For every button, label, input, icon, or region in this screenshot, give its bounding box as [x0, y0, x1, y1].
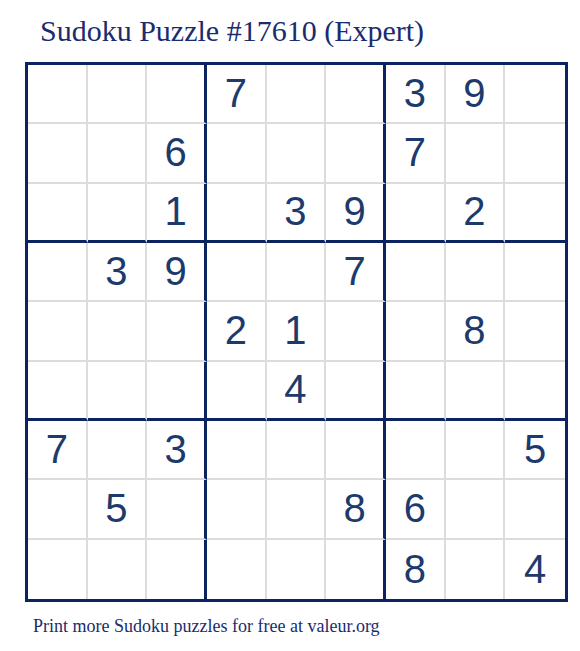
- cell-r5c3: [147, 302, 207, 361]
- cell-r9c5: [267, 540, 327, 599]
- cell-r7c2: [88, 421, 148, 480]
- cell-r4c8: [446, 243, 506, 302]
- cell-r2c8: [446, 124, 506, 183]
- cell-r9c6: [326, 540, 386, 599]
- cell-r1c5: [267, 65, 327, 124]
- cell-r6c9: [505, 362, 565, 421]
- cell-r3c1: [28, 184, 88, 243]
- cell-r9c9: 4: [505, 540, 565, 599]
- cell-r9c8: [446, 540, 506, 599]
- cell-r3c5: 3: [267, 184, 327, 243]
- cell-r4c3: 9: [147, 243, 207, 302]
- cell-r6c8: [446, 362, 506, 421]
- cell-r1c4: 7: [207, 65, 267, 124]
- cell-r8c3: [147, 480, 207, 539]
- cell-r1c2: [88, 65, 148, 124]
- cell-r1c3: [147, 65, 207, 124]
- cell-r7c5: [267, 421, 327, 480]
- cell-r3c3: 1: [147, 184, 207, 243]
- cell-r6c5: 4: [267, 362, 327, 421]
- cell-r2c5: [267, 124, 327, 183]
- cell-r9c3: [147, 540, 207, 599]
- cell-r5c1: [28, 302, 88, 361]
- cell-r3c9: [505, 184, 565, 243]
- cell-r8c6: 8: [326, 480, 386, 539]
- cell-r5c2: [88, 302, 148, 361]
- cell-r2c9: [505, 124, 565, 183]
- cell-r3c7: [386, 184, 446, 243]
- sudoku-print-page: Sudoku Puzzle #17610 (Expert) 7396713923…: [0, 12, 580, 637]
- cell-r2c6: [326, 124, 386, 183]
- cell-r2c1: [28, 124, 88, 183]
- cell-r4c6: 7: [326, 243, 386, 302]
- cell-r9c1: [28, 540, 88, 599]
- cell-r7c4: [207, 421, 267, 480]
- cell-r2c4: [207, 124, 267, 183]
- cell-r5c4: 2: [207, 302, 267, 361]
- cell-r7c1: 7: [28, 421, 88, 480]
- cell-r5c8: 8: [446, 302, 506, 361]
- cell-r2c7: 7: [386, 124, 446, 183]
- cell-r9c7: 8: [386, 540, 446, 599]
- cell-r8c5: [267, 480, 327, 539]
- cell-r4c2: 3: [88, 243, 148, 302]
- cell-r6c3: [147, 362, 207, 421]
- cell-r1c8: 9: [446, 65, 506, 124]
- cell-r4c1: [28, 243, 88, 302]
- cell-r6c7: [386, 362, 446, 421]
- cell-r3c6: 9: [326, 184, 386, 243]
- cell-r1c7: 3: [386, 65, 446, 124]
- cell-r8c9: [505, 480, 565, 539]
- cell-r7c3: 3: [147, 421, 207, 480]
- cell-r8c7: 6: [386, 480, 446, 539]
- cell-r5c7: [386, 302, 446, 361]
- cell-r6c2: [88, 362, 148, 421]
- cell-r4c4: [207, 243, 267, 302]
- cell-r5c5: 1: [267, 302, 327, 361]
- cell-r2c2: [88, 124, 148, 183]
- cell-r4c9: [505, 243, 565, 302]
- cell-r8c1: [28, 480, 88, 539]
- cell-r4c5: [267, 243, 327, 302]
- page-title: Sudoku Puzzle #17610 (Expert): [40, 12, 580, 50]
- cell-r1c1: [28, 65, 88, 124]
- footer-text: Print more Sudoku puzzles for free at va…: [33, 615, 580, 637]
- cell-r1c9: [505, 65, 565, 124]
- cell-r7c9: 5: [505, 421, 565, 480]
- cell-r9c4: [207, 540, 267, 599]
- cell-r8c2: 5: [88, 480, 148, 539]
- cell-r5c9: [505, 302, 565, 361]
- cell-r4c7: [386, 243, 446, 302]
- cell-r6c4: [207, 362, 267, 421]
- cell-r5c6: [326, 302, 386, 361]
- cell-r9c2: [88, 540, 148, 599]
- cell-r2c3: 6: [147, 124, 207, 183]
- sudoku-board: 739671392397218473558684: [25, 62, 568, 602]
- cell-r3c8: 2: [446, 184, 506, 243]
- cell-r7c7: [386, 421, 446, 480]
- cell-r6c6: [326, 362, 386, 421]
- cell-r3c4: [207, 184, 267, 243]
- cell-r3c2: [88, 184, 148, 243]
- cell-r1c6: [326, 65, 386, 124]
- cell-r8c4: [207, 480, 267, 539]
- cell-r6c1: [28, 362, 88, 421]
- cell-r8c8: [446, 480, 506, 539]
- cell-r7c8: [446, 421, 506, 480]
- cell-r7c6: [326, 421, 386, 480]
